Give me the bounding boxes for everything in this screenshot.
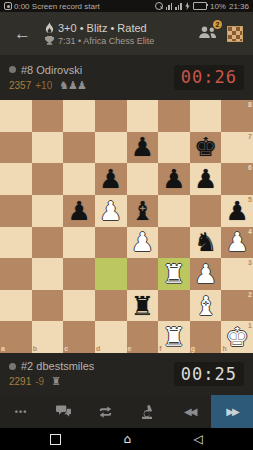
square-b5[interactable] [32,195,64,227]
rank-label-5: 5 [248,196,252,203]
black-pawn: ♟ [67,198,90,224]
square-a1[interactable]: a [0,321,32,353]
rank-label-1: 1 [248,322,252,329]
recents-button[interactable] [50,434,61,445]
more-menu-button[interactable]: ••• [0,395,42,428]
square-c7[interactable] [63,132,95,164]
opponent-captured-pieces: ♞♟♟ [59,79,86,92]
square-c3[interactable] [63,258,95,290]
square-h8[interactable]: 8 [221,100,253,132]
square-f2[interactable] [158,290,190,322]
rank-label-6: 6 [248,164,252,171]
square-f3[interactable]: ♜ [158,258,190,290]
square-f4[interactable] [158,227,190,259]
square-g3[interactable]: ♟ [190,258,222,290]
square-d5[interactable]: ♟ [95,195,127,227]
square-g5[interactable] [190,195,222,227]
player-rating-delta: -9 [35,376,44,387]
square-d4[interactable] [95,227,127,259]
player-captured-pieces: ♜ [51,375,60,388]
file-label-f: f [159,345,161,352]
black-bishop: ♝ [131,198,154,224]
white-rook: ♜ [162,261,185,287]
battery-percent: 10% [210,2,226,11]
rank-label-8: 8 [248,101,252,108]
status-clock: 21:36 [229,2,249,11]
square-f1[interactable]: f♜ [158,321,190,353]
square-a4[interactable] [0,227,32,259]
black-knight: ♞ [194,229,217,255]
flip-board-button[interactable] [84,395,126,428]
player-clock: 00:25 [174,362,244,387]
forward-button[interactable]: ▶▶ [211,395,253,428]
square-e1[interactable]: e [127,321,159,353]
square-h6[interactable]: 6 [221,163,253,195]
chat-button[interactable] [42,395,84,428]
square-f8[interactable] [158,100,190,132]
square-b7[interactable] [32,132,64,164]
black-pawn: ♟ [226,198,249,224]
trophy-icon [45,36,54,45]
square-d6[interactable]: ♟ [95,163,127,195]
black-pawn: ♟ [162,166,185,192]
square-e6[interactable] [127,163,159,195]
white-bishop: ♝ [194,293,217,319]
opponent-bar: #8 Odirovski 2357 +10 ♞♟♟ 00:26 [0,55,253,100]
square-b3[interactable] [32,258,64,290]
square-a8[interactable] [0,100,32,132]
file-label-d: d [96,345,100,352]
square-f5[interactable] [158,195,190,227]
android-nav-bar: ⌂ ◁ [0,428,253,450]
white-king: ♚ [226,324,249,350]
square-h5[interactable]: 5♟ [221,195,253,227]
back-button[interactable]: ← [10,23,35,44]
square-f7[interactable] [158,132,190,164]
square-b8[interactable] [32,100,64,132]
black-rook: ♜ [131,293,154,319]
square-d2[interactable] [95,290,127,322]
board-preview-icon[interactable] [227,26,243,42]
white-pawn: ♟ [194,261,217,287]
file-label-h: h [222,345,226,352]
app-bar: ← 3+0 • Blitz • Rated 7:31 • Africa Ches… [0,12,253,55]
square-d8[interactable] [95,100,127,132]
home-button[interactable]: ⌂ [124,433,132,445]
location-icon [155,2,163,10]
square-f6[interactable]: ♟ [158,163,190,195]
chess-board: 8♟♚7♟♟♟6♟♟♝5♟♟♞4♟♜♟3♜♝2abcdef♜gh1♚ [0,100,253,353]
analysis-button[interactable] [127,395,169,428]
player-name-row[interactable]: #2 dbestsmiles [9,360,94,372]
blitz-flame-icon [45,22,54,33]
game-controls: ••• ◀◀ ▶▶ [0,395,253,428]
microscope-icon [141,405,154,419]
square-g8[interactable] [190,100,222,132]
square-c2[interactable] [63,290,95,322]
game-title: 3+0 • Blitz • Rated [58,22,147,34]
square-c1[interactable]: c [63,321,95,353]
file-label-c: c [64,345,68,352]
black-king: ♚ [194,134,217,160]
square-c5[interactable]: ♟ [63,195,95,227]
square-b1[interactable]: b [32,321,64,353]
square-a5[interactable] [0,195,32,227]
backward-button[interactable]: ◀◀ [169,395,211,428]
square-d1[interactable]: d [95,321,127,353]
status-left-text: 0:00 Screen record start [14,2,100,11]
square-a3[interactable] [0,258,32,290]
rank-label-2: 2 [248,291,252,298]
spectators-button[interactable]: 2 [198,25,217,43]
opponent-name-row[interactable]: #8 Odirovski [9,64,86,76]
player-rating: 2291 [9,376,31,387]
square-h3[interactable]: 3 [221,258,253,290]
online-status-icon [9,363,16,370]
square-h2[interactable]: 2 [221,290,253,322]
square-e3[interactable] [127,258,159,290]
white-rook: ♜ [162,324,185,350]
square-e2[interactable]: ♜ [127,290,159,322]
spectators-count-badge: 2 [213,20,222,29]
square-c8[interactable] [63,100,95,132]
square-b2[interactable] [32,290,64,322]
square-b4[interactable] [32,227,64,259]
player-bar: #2 dbestsmiles 2291 -9 ♜ 00:25 [0,353,253,395]
app-screen: 0:00 Screen record start 10% 21:36 ← 3+0… [0,0,253,450]
square-a7[interactable] [0,132,32,164]
file-label-e: e [128,345,132,352]
square-c4[interactable] [63,227,95,259]
square-e8[interactable] [127,100,159,132]
black-pawn: ♟ [99,166,122,192]
signal-icon-1 [166,3,173,10]
signal-icon-2 [175,3,182,10]
battery-icon [193,2,207,10]
file-label-g: g [191,345,195,352]
chat-icon [56,405,71,418]
square-g6[interactable]: ♟ [190,163,222,195]
white-pawn: ♟ [226,229,249,255]
black-pawn: ♟ [131,134,154,160]
status-bar: 0:00 Screen record start 10% 21:36 [0,0,253,12]
square-h4[interactable]: 4♟ [221,227,253,259]
square-g2[interactable]: ♝ [190,290,222,322]
white-pawn: ♟ [99,198,122,224]
screen-record-icon [4,2,12,10]
square-c6[interactable] [63,163,95,195]
online-status-icon [9,66,16,73]
rank-label-3: 3 [248,259,252,266]
android-back-button[interactable]: ◁ [194,433,203,445]
flip-board-icon [98,405,113,419]
square-h7[interactable]: 7 [221,132,253,164]
square-g1[interactable]: g [190,321,222,353]
square-e5[interactable]: ♝ [127,195,159,227]
file-label-b: b [33,345,37,352]
square-b6[interactable] [32,163,64,195]
square-a2[interactable] [0,290,32,322]
opponent-clock: 00:26 [174,65,244,90]
square-g7[interactable]: ♚ [190,132,222,164]
opponent-rating: 2357 [9,80,31,91]
square-e4[interactable]: ♟ [127,227,159,259]
square-e7[interactable]: ♟ [127,132,159,164]
file-label-a: a [1,345,5,352]
black-pawn: ♟ [194,166,217,192]
white-pawn: ♟ [131,229,154,255]
square-g4[interactable]: ♞ [190,227,222,259]
square-d7[interactable] [95,132,127,164]
rank-label-7: 7 [248,133,252,140]
rank-label-4: 4 [248,228,252,235]
square-a6[interactable] [0,163,32,195]
opponent-name: #8 Odirovski [21,64,82,76]
charging-bolt-icon [185,2,190,10]
player-name: #2 dbestsmiles [21,360,94,372]
opponent-rating-delta: +10 [35,80,52,91]
tournament-info: 7:31 • Africa Chess Elite [58,36,154,46]
square-d3[interactable] [95,258,127,290]
square-h1[interactable]: h1♚ [221,321,253,353]
